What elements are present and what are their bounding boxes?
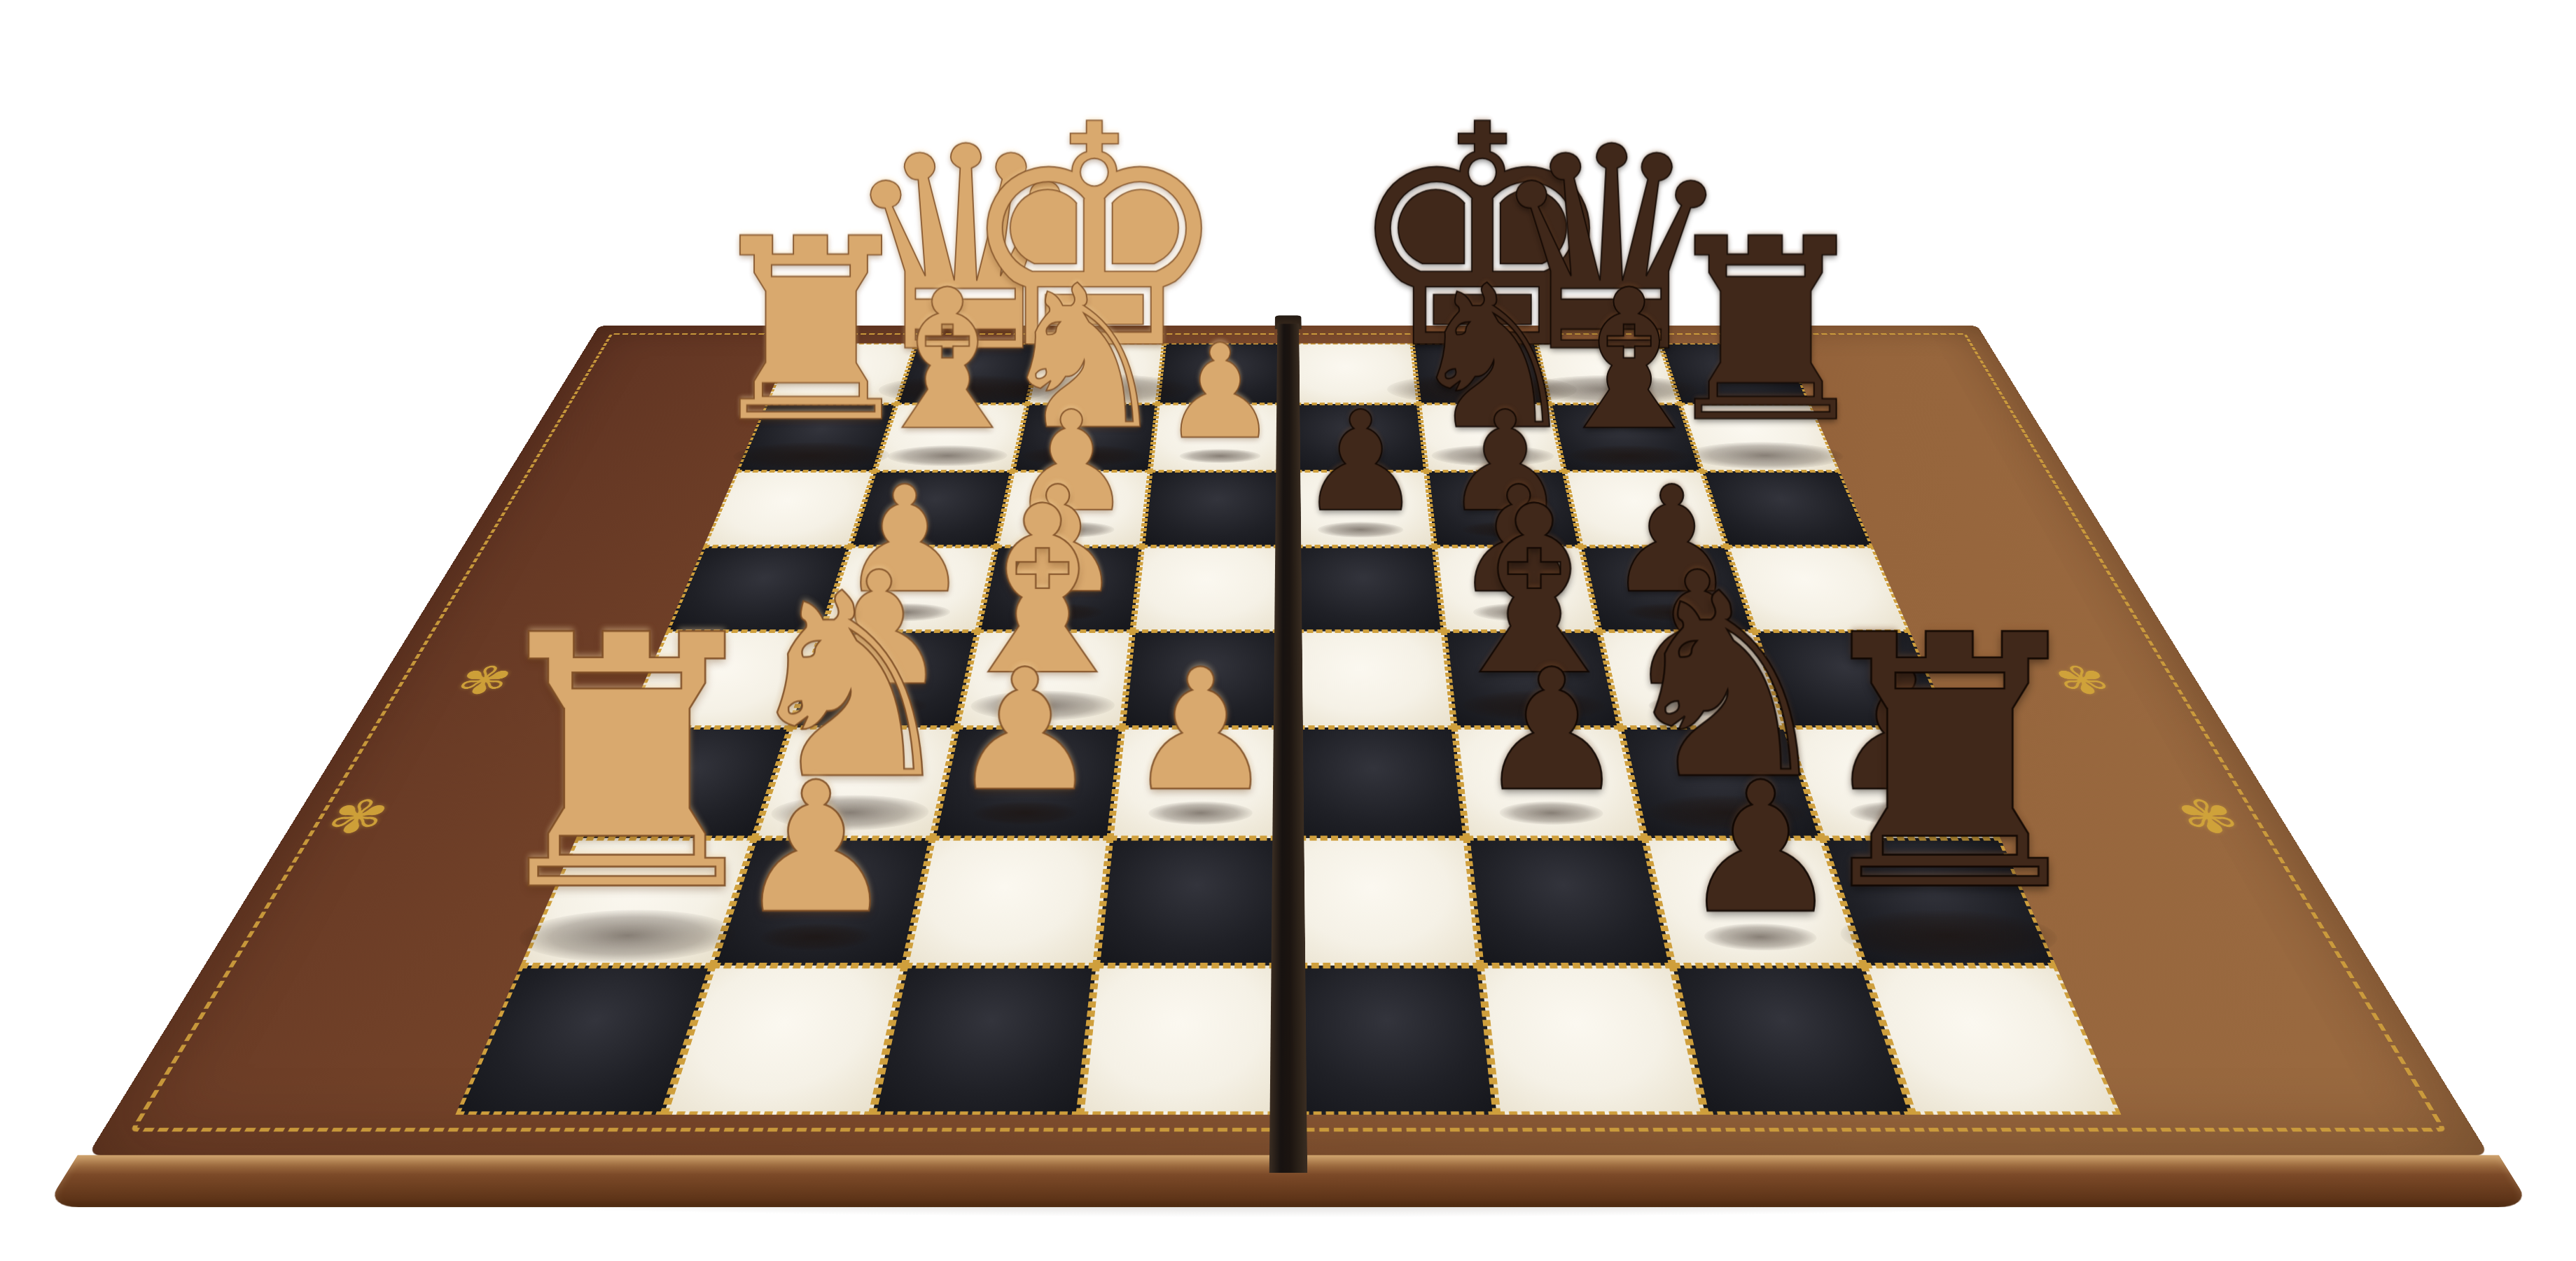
- chessboard: ✾ ✾ ✾ ✾ ♛♚♚♛♜♝♞♟♞♝♜♟♟♟♟♟♟♟♟♝♝♟♞♟♟♟♞♟♜♟♟♜: [88, 326, 2489, 1155]
- piece-black-R-h7[interactable]: ♜: [1652, 206, 1878, 457]
- piece-white-P-d3[interactable]: ♟: [1125, 647, 1275, 814]
- piece-black-R-h2[interactable]: ♜: [1793, 590, 2105, 939]
- piece-white-P-c3[interactable]: ♟: [949, 647, 1099, 814]
- piece-white-P-d7[interactable]: ♟: [1162, 327, 1279, 457]
- piece-white-P-b2[interactable]: ♟: [734, 758, 896, 939]
- piece-black-P-e6[interactable]: ♟: [1298, 393, 1422, 531]
- piece-black-P-f3[interactable]: ♟: [1476, 647, 1626, 814]
- photo-stage: ✾ ✾ ✾ ✾ ♛♚♚♛♜♝♞♟♞♝♜♟♟♟♟♟♟♟♟♝♝♟♞♟♟♟♞♟♜♟♟♜: [0, 0, 2576, 1261]
- board-scene: ✾ ✾ ✾ ✾ ♛♚♚♛♜♝♞♟♞♝♜♟♟♟♟♟♟♟♟♝♝♟♞♟♟♟♞♟♜♟♟♜: [0, 0, 2576, 1261]
